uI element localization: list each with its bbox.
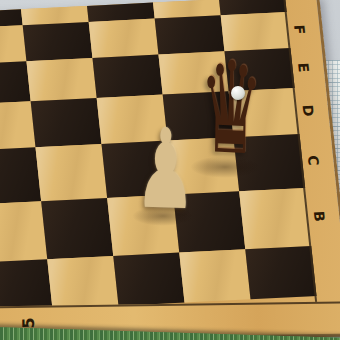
square-b4 xyxy=(41,198,113,259)
white-pawn-b3: ♟ xyxy=(135,100,196,225)
square-c4 xyxy=(35,144,107,201)
square-a5 xyxy=(0,259,53,312)
file-label-d: D xyxy=(295,97,322,124)
square-e3 xyxy=(92,55,162,98)
square-a4 xyxy=(47,256,118,309)
square-e4 xyxy=(26,58,96,101)
square-d5 xyxy=(0,101,35,150)
square-b1 xyxy=(239,188,311,249)
file-label-f: F xyxy=(286,16,313,43)
square-a3 xyxy=(113,253,184,306)
queen-ball-finial-icon xyxy=(231,86,245,100)
file-label-b: B xyxy=(306,203,333,230)
file-label-e: E xyxy=(290,54,317,81)
square-b5 xyxy=(0,201,47,262)
square-a2 xyxy=(179,249,250,302)
square-d4 xyxy=(31,98,102,147)
file-label-c: C xyxy=(300,147,327,174)
square-e5 xyxy=(0,61,31,104)
square-c5 xyxy=(0,147,41,204)
photo-scene: F E D C B 5 ♛ ♟ xyxy=(0,0,340,340)
square-f3 xyxy=(89,19,159,58)
square-a1 xyxy=(245,246,316,299)
black-queen-c2: ♛ xyxy=(193,25,269,174)
square-f4 xyxy=(23,22,93,61)
